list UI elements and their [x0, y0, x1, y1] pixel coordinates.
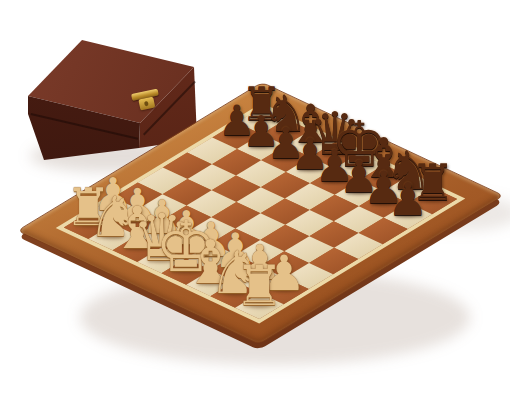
white-rook-h1[interactable]: ♜	[214, 259, 304, 314]
chess-set-product-photo: ♜♞♟♝♟♛♟♚♟♝♟♞♟♜♟♟♟♟♜♟♞♟♝♟♛♟♚♟♝♟♞♜	[0, 0, 510, 408]
rook-glyph: ♜	[235, 259, 285, 314]
black-pawn-h7[interactable]: ♟	[363, 177, 453, 222]
pawn-glyph: ♟	[388, 177, 429, 222]
